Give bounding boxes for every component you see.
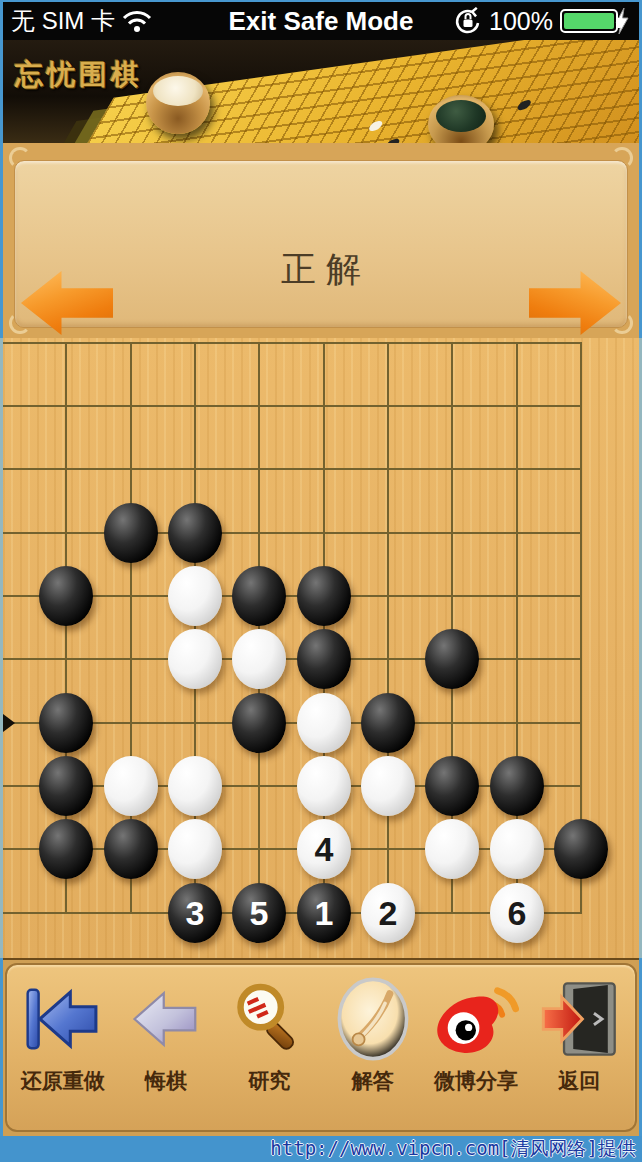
status-left: 无 SIM 卡 [11,5,152,37]
grid-line [1,405,582,407]
answer-panel-inner: 正解 [14,160,628,328]
wifi-icon [122,9,152,33]
next-step-button[interactable] [529,271,621,335]
battery-icon [560,9,618,33]
battery-tip [618,18,622,28]
return-button[interactable]: 返回 [529,973,629,1126]
undo-move-button[interactable]: 悔棋 [116,973,216,1126]
stone-white-N6 [168,566,222,626]
battery-fill [564,13,614,29]
status-bar: 无 SIM 卡 Exit Safe Mode 100% [3,2,639,40]
undo-move-icon [130,973,202,1065]
move-number-label: 2 [379,896,398,930]
answer-button[interactable]: 解答 [323,973,423,1126]
right-arrow-icon [529,271,621,335]
prev-step-button[interactable] [21,271,113,335]
grid-line [1,342,3,914]
app-logo: 忘忧围棋 [15,56,143,94]
toolbar-label: 返回 [558,1067,600,1095]
stone-white-P2: 4 [297,819,351,879]
stone-black-L4 [39,693,93,753]
stone-bowl-white [146,72,210,134]
grid-line [1,658,582,660]
stone-white-S2 [490,819,544,879]
stone-black-N7 [168,503,222,563]
grid-line [258,342,260,914]
app-screen: 无 SIM 卡 Exit Safe Mode 100% [0,0,642,1162]
move-number-label: 6 [508,896,527,930]
grid-line [1,342,582,344]
stone-black-T2 [554,819,608,879]
stone-white-S1: 6 [490,883,544,943]
restore-redo-icon [24,973,102,1065]
weibo-share-icon [433,973,519,1065]
bowl-lid [436,100,486,132]
stone-black-L3 [39,756,93,816]
stone-white-Q1: 2 [361,883,415,943]
grid-line [1,532,582,534]
status-right: 100% [454,7,631,36]
stone-black-P1: 1 [297,883,351,943]
stone-black-O4 [232,693,286,753]
grid-line [1,468,582,470]
left-arrow-icon [21,271,113,335]
banner-stone [367,120,385,132]
stone-black-L2 [39,819,93,879]
move-number-label: 5 [250,896,269,930]
stone-white-N2 [168,819,222,879]
toolbar-panel: 还原重做 悔棋 [5,963,637,1132]
answer-panel: 正解 [3,143,639,338]
bottom-toolbar: 还原重做 悔棋 [3,958,639,1136]
toolbar-label: 研究 [248,1067,290,1095]
move-number-label: 4 [315,832,334,866]
go-board[interactable]: 435126 [0,338,642,958]
stone-white-P3 [297,756,351,816]
stone-black-L6 [39,566,93,626]
move-number-label: 3 [186,896,205,930]
answer-icon [337,973,409,1065]
footer-credit-text: http://www.vipcn.com[清风网络]提供 [270,1136,636,1162]
stone-white-O5 [232,629,286,689]
stone-black-O1: 5 [232,883,286,943]
rotation-lock-icon [454,7,482,35]
toolbar-label: 悔棋 [145,1067,187,1095]
research-button[interactable]: 研究 [219,973,319,1126]
stone-black-Q4 [361,693,415,753]
stone-black-O6 [232,566,286,626]
move-number-label: 1 [315,896,334,930]
stone-white-N5 [168,629,222,689]
stone-white-N3 [168,756,222,816]
stone-black-S3 [490,756,544,816]
toolbar-label: 微博分享 [434,1067,518,1095]
stone-black-N1: 3 [168,883,222,943]
stone-white-P4 [297,693,351,753]
white-stones-in-bowl [153,76,203,106]
carrier-label: 无 SIM 卡 [11,5,115,37]
battery-percent: 100% [489,7,553,36]
research-magnifier-icon [231,973,307,1065]
footer-strip: http://www.vipcn.com[清风网络]提供 [0,1136,642,1162]
restore-redo-button[interactable]: 还原重做 [13,973,113,1126]
stone-black-P6 [297,566,351,626]
toolbar-label: 解答 [352,1067,394,1095]
return-door-icon [541,973,617,1065]
stone-black-R3 [425,756,479,816]
stone-black-M7 [104,503,158,563]
app-banner: 忘忧围棋 [3,40,639,143]
stone-black-M2 [104,819,158,879]
weibo-share-button[interactable]: 微博分享 [426,973,526,1126]
stone-black-P5 [297,629,351,689]
stone-white-M3 [104,756,158,816]
banner-stone [515,99,533,111]
grid-line [387,342,389,914]
board-edge-marker [3,714,15,732]
toolbar-label: 还原重做 [21,1067,105,1095]
stone-black-R5 [425,629,479,689]
stone-white-R2 [425,819,479,879]
stone-white-Q3 [361,756,415,816]
